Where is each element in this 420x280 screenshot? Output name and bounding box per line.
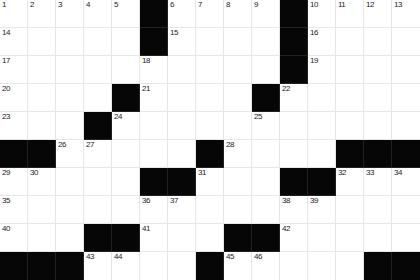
cell-r2c2[interactable] [28,28,56,56]
cell-r2c8[interactable] [196,28,224,56]
cell-r4c8[interactable] [196,84,224,112]
cell-r5c3[interactable] [56,112,84,140]
clue-number-21: 21 [142,85,150,93]
cell-r8c6[interactable]: 36 [140,196,168,224]
clue-number-15: 15 [170,29,178,37]
cell-r2c13[interactable] [336,28,364,56]
cell-r7c1[interactable]: 29 [0,168,28,196]
cell-r2c5[interactable] [112,28,140,56]
cell-r10c2 [28,252,56,280]
cell-r1c4[interactable]: 4 [84,0,112,28]
cell-r4c15[interactable] [392,84,420,112]
cell-r5c8[interactable] [196,112,224,140]
cell-r1c3[interactable]: 3 [56,0,84,28]
clue-number-3: 3 [58,1,62,9]
cell-r1c13[interactable]: 11 [336,0,364,28]
cell-r6c6[interactable] [140,140,168,168]
cell-r10c12[interactable] [308,252,336,280]
cell-r10c8 [196,252,224,280]
cell-r2c14[interactable] [364,28,392,56]
cell-r8c14[interactable] [364,196,392,224]
cell-r8c2[interactable] [28,196,56,224]
cell-r8c7[interactable]: 37 [168,196,196,224]
cell-r9c5 [112,224,140,252]
clue-number-26: 26 [58,141,66,149]
cell-r6c1 [0,140,28,168]
clue-number-10: 10 [310,1,318,9]
cell-r7c9[interactable] [224,168,252,196]
cell-r3c14[interactable] [364,56,392,84]
cell-r8c5[interactable] [112,196,140,224]
cell-r7c3[interactable] [56,168,84,196]
cell-r2c4[interactable] [84,28,112,56]
cell-r7c2[interactable]: 30 [28,168,56,196]
cell-r1c5[interactable]: 5 [112,0,140,28]
cell-r4c14[interactable] [364,84,392,112]
cell-r6c14 [364,140,392,168]
clue-number-4: 4 [86,1,90,9]
cell-r2c15[interactable] [392,28,420,56]
clue-number-41: 41 [142,225,150,233]
cell-r1c8[interactable]: 7 [196,0,224,28]
cell-r8c8[interactable] [196,196,224,224]
clue-number-19: 19 [310,57,318,65]
cell-r9c11[interactable]: 42 [280,224,308,252]
cell-r8c4[interactable] [84,196,112,224]
cell-r7c15[interactable]: 34 [392,168,420,196]
cell-r4c10 [252,84,280,112]
cell-r3c2[interactable] [28,56,56,84]
cell-r2c12[interactable]: 16 [308,28,336,56]
clue-number-16: 16 [310,29,318,37]
cell-r1c2[interactable]: 2 [28,0,56,28]
clue-number-7: 7 [198,1,202,9]
cell-r7c13[interactable]: 32 [336,168,364,196]
cell-r8c13[interactable] [336,196,364,224]
cell-r6c10[interactable] [252,140,280,168]
cell-r8c3[interactable] [56,196,84,224]
cell-r5c7[interactable] [168,112,196,140]
cell-r5c5[interactable]: 24 [112,112,140,140]
clue-number-25: 25 [254,113,262,121]
cell-r8c1[interactable]: 35 [0,196,28,224]
cell-r9c9 [224,224,252,252]
cell-r6c11[interactable] [280,140,308,168]
cell-r5c9[interactable] [224,112,252,140]
cell-r10c1 [0,252,28,280]
cell-r9c10 [252,224,280,252]
cell-r8c9[interactable] [224,196,252,224]
cell-r3c6[interactable]: 18 [140,56,168,84]
cell-r10c6[interactable] [140,252,168,280]
clue-number-23: 23 [2,113,10,121]
cell-r9c1[interactable]: 40 [0,224,28,252]
clue-number-40: 40 [2,225,10,233]
clue-number-6: 6 [170,1,174,9]
cell-r6c4[interactable]: 27 [84,140,112,168]
clue-number-22: 22 [282,85,290,93]
clue-number-9: 9 [254,1,258,9]
cell-r7c6 [140,168,168,196]
cell-r9c3[interactable] [56,224,84,252]
cell-r6c3[interactable]: 26 [56,140,84,168]
clue-number-38: 38 [282,197,290,205]
cell-r6c15 [392,140,420,168]
clue-number-37: 37 [170,197,178,205]
clue-number-5: 5 [114,1,118,9]
clue-number-13: 13 [394,1,402,9]
cell-r4c1[interactable]: 20 [0,84,28,112]
cell-r10c10[interactable]: 46 [252,252,280,280]
cell-r5c15[interactable] [392,112,420,140]
cell-r2c9[interactable] [224,28,252,56]
clue-number-8: 8 [226,1,230,9]
cell-r3c11 [280,56,308,84]
cell-r7c8[interactable]: 31 [196,168,224,196]
clue-number-14: 14 [2,29,10,37]
cell-r9c12[interactable] [308,224,336,252]
cell-r1c6 [140,0,168,28]
clue-number-44: 44 [114,253,122,261]
cell-r1c9[interactable]: 8 [224,0,252,28]
cell-r4c12[interactable] [308,84,336,112]
clue-number-31: 31 [198,169,206,177]
cell-r5c4 [84,112,112,140]
cell-r4c6[interactable]: 21 [140,84,168,112]
clue-number-32: 32 [338,169,346,177]
cell-r8c10[interactable] [252,196,280,224]
cell-r7c5[interactable] [112,168,140,196]
cell-r9c4 [84,224,112,252]
clue-number-45: 45 [226,253,234,261]
cell-r4c5 [112,84,140,112]
cell-r10c11[interactable] [280,252,308,280]
cell-r6c2 [28,140,56,168]
cell-r5c13[interactable] [336,112,364,140]
cell-r4c2[interactable] [28,84,56,112]
cell-r6c13 [336,140,364,168]
cell-r6c8 [196,140,224,168]
cell-r10c7[interactable] [168,252,196,280]
cell-r4c9[interactable] [224,84,252,112]
cell-r1c1[interactable]: 1 [0,0,28,28]
cell-r8c12[interactable]: 39 [308,196,336,224]
cell-r3c15[interactable] [392,56,420,84]
cell-r9c8[interactable] [196,224,224,252]
cell-r7c7 [168,168,196,196]
cell-r5c1[interactable]: 23 [0,112,28,140]
cell-r6c7[interactable] [168,140,196,168]
cell-r1c7[interactable]: 6 [168,0,196,28]
cell-r5c10[interactable]: 25 [252,112,280,140]
cell-r3c12[interactable]: 19 [308,56,336,84]
cell-r5c11[interactable] [280,112,308,140]
cell-r2c11 [280,28,308,56]
cell-r5c2[interactable] [28,112,56,140]
clue-number-30: 30 [30,169,38,177]
cell-r5c14[interactable] [364,112,392,140]
clue-number-12: 12 [366,1,374,9]
cell-r5c6[interactable] [140,112,168,140]
cell-r6c12[interactable] [308,140,336,168]
cell-r10c13[interactable] [336,252,364,280]
cell-r4c7[interactable] [168,84,196,112]
cell-r10c4[interactable]: 43 [84,252,112,280]
clue-number-20: 20 [2,85,10,93]
cell-r3c9[interactable] [224,56,252,84]
cell-r7c14[interactable]: 33 [364,168,392,196]
cell-r3c3[interactable] [56,56,84,84]
cell-r10c14 [364,252,392,280]
cell-r10c15 [392,252,420,280]
cell-r8c15[interactable] [392,196,420,224]
cell-r9c6[interactable]: 41 [140,224,168,252]
cell-r3c1[interactable]: 17 [0,56,28,84]
cell-r2c3[interactable] [56,28,84,56]
cell-r4c4[interactable] [84,84,112,112]
cell-r4c11[interactable]: 22 [280,84,308,112]
cell-r3c8[interactable] [196,56,224,84]
cell-r2c1[interactable]: 14 [0,28,28,56]
cell-r3c5[interactable] [112,56,140,84]
cell-r2c7[interactable]: 15 [168,28,196,56]
cell-r2c10[interactable] [252,28,280,56]
cell-r2c6 [140,28,168,56]
cell-r10c9[interactable]: 45 [224,252,252,280]
crossword-grid: 1234567891011121314151617181920212223242… [0,0,420,280]
clue-number-42: 42 [282,225,290,233]
clue-number-34: 34 [394,169,402,177]
cell-r1c12[interactable]: 10 [308,0,336,28]
clue-number-24: 24 [114,113,122,121]
clue-number-27: 27 [86,141,94,149]
clue-number-46: 46 [254,253,262,261]
cell-r9c2[interactable] [28,224,56,252]
cell-r6c9[interactable]: 28 [224,140,252,168]
cell-r4c3[interactable] [56,84,84,112]
cell-r3c13[interactable] [336,56,364,84]
cell-r3c4[interactable] [84,56,112,84]
cell-r1c14[interactable]: 12 [364,0,392,28]
cell-r10c5[interactable]: 44 [112,252,140,280]
clue-number-17: 17 [2,57,10,65]
cell-r1c11 [280,0,308,28]
cell-r4c13[interactable] [336,84,364,112]
cell-r7c11 [280,168,308,196]
cell-r10c3 [56,252,84,280]
cell-r8c11[interactable]: 38 [280,196,308,224]
clue-number-36: 36 [142,197,150,205]
cell-r3c7[interactable] [168,56,196,84]
cell-r5c12[interactable] [308,112,336,140]
clue-number-29: 29 [2,169,10,177]
clue-number-2: 2 [30,1,34,9]
cell-r7c10[interactable] [252,168,280,196]
clue-number-18: 18 [142,57,150,65]
clue-number-11: 11 [338,1,345,9]
cell-r9c15[interactable] [392,224,420,252]
cell-r3c10[interactable] [252,56,280,84]
cell-r1c15[interactable]: 13 [392,0,420,28]
cell-r9c13[interactable] [336,224,364,252]
cell-r6c5[interactable] [112,140,140,168]
cell-r7c4[interactable] [84,168,112,196]
clue-number-39: 39 [310,197,318,205]
clue-number-35: 35 [2,197,10,205]
cell-r9c7[interactable] [168,224,196,252]
cell-r7c12 [308,168,336,196]
cell-r9c14[interactable] [364,224,392,252]
clue-number-28: 28 [226,141,234,149]
clue-number-1: 1 [2,1,6,9]
cell-r1c10[interactable]: 9 [252,0,280,28]
clue-number-43: 43 [86,253,94,261]
clue-number-33: 33 [366,169,374,177]
